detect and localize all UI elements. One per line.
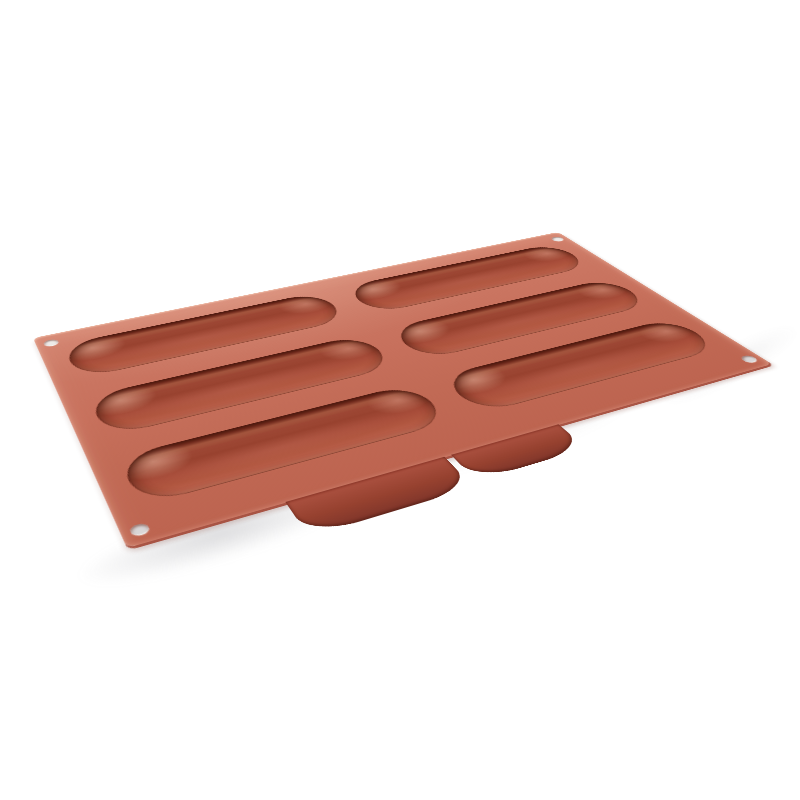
underside-bump-left bbox=[285, 457, 473, 537]
hang-hole-bottom-corner bbox=[128, 522, 151, 537]
underside-bump-right bbox=[451, 424, 586, 481]
product-photo-scene bbox=[0, 0, 800, 800]
hang-hole-top-corner bbox=[549, 236, 565, 242]
hang-hole-right-corner bbox=[738, 354, 759, 363]
hang-hole-left-corner bbox=[42, 338, 59, 347]
silicone-baking-mold bbox=[33, 232, 772, 548]
